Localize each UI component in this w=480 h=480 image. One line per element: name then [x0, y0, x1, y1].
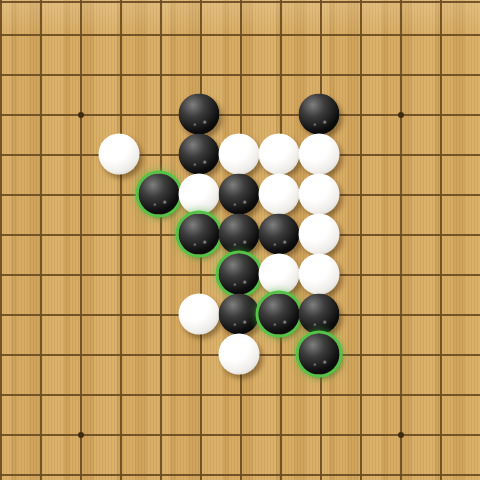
grid-line-vertical	[80, 0, 82, 480]
white-stone	[99, 134, 140, 175]
black-stone	[299, 294, 340, 335]
black-stone	[179, 94, 220, 135]
white-stone	[299, 174, 340, 215]
white-stone	[259, 254, 300, 295]
grid-line-horizontal	[0, 74, 480, 76]
black-stone-winning	[179, 214, 220, 255]
white-stone	[299, 254, 340, 295]
black-stone	[219, 174, 260, 215]
black-stone	[259, 214, 300, 255]
grid-line-horizontal	[0, 394, 480, 396]
star-point	[78, 112, 84, 118]
white-stone	[259, 134, 300, 175]
grid-line-vertical	[440, 0, 442, 480]
black-stone-winning	[139, 174, 180, 215]
white-stone	[179, 174, 220, 215]
grid-line-horizontal	[0, 434, 480, 436]
black-stone	[219, 214, 260, 255]
black-stone	[219, 294, 260, 335]
grid-line-horizontal-top-edge	[0, 1, 480, 3]
black-stone-winning	[299, 334, 340, 375]
grid-line-horizontal	[0, 34, 480, 36]
grid-line-horizontal	[0, 114, 480, 116]
grid-line-vertical	[400, 0, 402, 480]
white-stone	[219, 134, 260, 175]
grid-line-vertical	[360, 0, 362, 480]
white-stone	[219, 334, 260, 375]
white-stone	[179, 294, 220, 335]
grid-line-vertical	[0, 0, 2, 480]
white-stone	[259, 174, 300, 215]
star-point	[398, 432, 404, 438]
grid-line-vertical	[120, 0, 122, 480]
black-stone	[179, 134, 220, 175]
black-stone-winning	[259, 294, 300, 335]
grid-line-horizontal	[0, 474, 480, 476]
black-stone	[299, 94, 340, 135]
grid-line-vertical	[160, 0, 162, 480]
white-stone	[299, 134, 340, 175]
gomoku-board[interactable]	[0, 0, 480, 480]
white-stone	[299, 214, 340, 255]
star-point	[78, 432, 84, 438]
grid-line-vertical	[40, 0, 42, 480]
star-point	[398, 112, 404, 118]
black-stone-winning	[219, 254, 260, 295]
